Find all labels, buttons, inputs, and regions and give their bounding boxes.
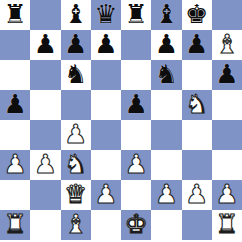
square-b3[interactable]: ♟ xyxy=(30,150,60,180)
piece-black-rook[interactable]: ♜ xyxy=(124,1,147,27)
piece-white-bishop[interactable]: ♝ xyxy=(64,211,87,237)
square-d4[interactable] xyxy=(91,120,121,150)
piece-white-pawn[interactable]: ♟ xyxy=(185,181,208,207)
piece-black-bishop[interactable]: ♝ xyxy=(64,1,87,27)
piece-black-knight[interactable]: ♞ xyxy=(155,61,178,87)
square-h3[interactable] xyxy=(212,150,242,180)
square-c1[interactable]: ♝ xyxy=(61,210,91,240)
piece-white-pawn[interactable]: ♟ xyxy=(3,151,26,177)
square-g4[interactable] xyxy=(182,120,212,150)
square-f2[interactable]: ♟ xyxy=(151,180,181,210)
piece-white-pawn[interactable]: ♟ xyxy=(155,181,178,207)
square-a6[interactable] xyxy=(0,60,30,90)
square-g6[interactable] xyxy=(182,60,212,90)
piece-black-bishop[interactable]: ♝ xyxy=(155,1,178,27)
square-e6[interactable] xyxy=(121,60,151,90)
square-c2[interactable]: ♛ xyxy=(61,180,91,210)
square-d7[interactable]: ♟ xyxy=(91,30,121,60)
chess-board: ♜♝♛♜♝♚♟♟♟♟♟♝♞♞♟♟♟♞♟♟♟♞♟♛♟♟♟♟♜♝♚♜ xyxy=(0,0,242,240)
piece-black-queen[interactable]: ♛ xyxy=(94,1,117,27)
piece-black-pawn[interactable]: ♟ xyxy=(94,31,117,57)
piece-white-pawn[interactable]: ♟ xyxy=(64,121,87,147)
square-b2[interactable] xyxy=(30,180,60,210)
square-a5[interactable]: ♟ xyxy=(0,90,30,120)
square-f7[interactable]: ♟ xyxy=(151,30,181,60)
piece-white-pawn[interactable]: ♟ xyxy=(215,181,238,207)
square-h7[interactable]: ♝ xyxy=(212,30,242,60)
square-h1[interactable]: ♜ xyxy=(212,210,242,240)
square-a7[interactable] xyxy=(0,30,30,60)
square-e8[interactable]: ♜ xyxy=(121,0,151,30)
square-d1[interactable] xyxy=(91,210,121,240)
square-d3[interactable] xyxy=(91,150,121,180)
square-e7[interactable] xyxy=(121,30,151,60)
square-d6[interactable] xyxy=(91,60,121,90)
square-h2[interactable]: ♟ xyxy=(212,180,242,210)
piece-white-king[interactable]: ♚ xyxy=(124,211,147,237)
square-c3[interactable]: ♞ xyxy=(61,150,91,180)
square-g1[interactable] xyxy=(182,210,212,240)
square-c8[interactable]: ♝ xyxy=(61,0,91,30)
square-f3[interactable] xyxy=(151,150,181,180)
square-f1[interactable] xyxy=(151,210,181,240)
square-e1[interactable]: ♚ xyxy=(121,210,151,240)
piece-white-rook[interactable]: ♜ xyxy=(3,211,26,237)
piece-white-pawn[interactable]: ♟ xyxy=(34,151,57,177)
square-b6[interactable] xyxy=(30,60,60,90)
square-e4[interactable] xyxy=(121,120,151,150)
piece-white-knight[interactable]: ♞ xyxy=(185,91,208,117)
square-a3[interactable]: ♟ xyxy=(0,150,30,180)
square-g7[interactable]: ♟ xyxy=(182,30,212,60)
square-a8[interactable]: ♜ xyxy=(0,0,30,30)
square-g3[interactable] xyxy=(182,150,212,180)
piece-black-knight[interactable]: ♞ xyxy=(64,61,87,87)
square-g2[interactable]: ♟ xyxy=(182,180,212,210)
square-f8[interactable]: ♝ xyxy=(151,0,181,30)
piece-white-bishop[interactable]: ♝ xyxy=(215,31,238,57)
piece-black-pawn[interactable]: ♟ xyxy=(215,61,238,87)
square-h8[interactable] xyxy=(212,0,242,30)
square-b5[interactable] xyxy=(30,90,60,120)
square-d8[interactable]: ♛ xyxy=(91,0,121,30)
square-b4[interactable] xyxy=(30,120,60,150)
square-f6[interactable]: ♞ xyxy=(151,60,181,90)
piece-black-pawn[interactable]: ♟ xyxy=(3,91,26,117)
square-a4[interactable] xyxy=(0,120,30,150)
square-d5[interactable] xyxy=(91,90,121,120)
square-b1[interactable] xyxy=(30,210,60,240)
square-e3[interactable]: ♟ xyxy=(121,150,151,180)
piece-black-pawn[interactable]: ♟ xyxy=(34,31,57,57)
square-e2[interactable] xyxy=(121,180,151,210)
square-f4[interactable] xyxy=(151,120,181,150)
piece-black-pawn[interactable]: ♟ xyxy=(185,31,208,57)
square-h5[interactable] xyxy=(212,90,242,120)
square-g8[interactable]: ♚ xyxy=(182,0,212,30)
square-h6[interactable]: ♟ xyxy=(212,60,242,90)
square-b8[interactable] xyxy=(30,0,60,30)
square-g5[interactable]: ♞ xyxy=(182,90,212,120)
piece-black-king[interactable]: ♚ xyxy=(185,1,208,27)
square-h4[interactable] xyxy=(212,120,242,150)
piece-white-knight[interactable]: ♞ xyxy=(64,151,87,177)
piece-black-rook[interactable]: ♜ xyxy=(3,1,26,27)
square-d2[interactable]: ♟ xyxy=(91,180,121,210)
piece-white-pawn[interactable]: ♟ xyxy=(124,151,147,177)
piece-black-pawn[interactable]: ♟ xyxy=(155,31,178,57)
piece-white-rook[interactable]: ♜ xyxy=(215,211,238,237)
square-c6[interactable]: ♞ xyxy=(61,60,91,90)
square-f5[interactable] xyxy=(151,90,181,120)
square-b7[interactable]: ♟ xyxy=(30,30,60,60)
piece-white-pawn[interactable]: ♟ xyxy=(94,181,117,207)
square-a2[interactable] xyxy=(0,180,30,210)
piece-black-pawn[interactable]: ♟ xyxy=(64,31,87,57)
chess-board-widget: ♜♝♛♜♝♚♟♟♟♟♟♝♞♞♟♟♟♞♟♟♟♞♟♛♟♟♟♟♜♝♚♜ xyxy=(0,0,242,242)
square-a1[interactable]: ♜ xyxy=(0,210,30,240)
piece-white-queen[interactable]: ♛ xyxy=(64,181,87,207)
square-c7[interactable]: ♟ xyxy=(61,30,91,60)
square-c4[interactable]: ♟ xyxy=(61,120,91,150)
square-c5[interactable] xyxy=(61,90,91,120)
piece-black-pawn[interactable]: ♟ xyxy=(124,91,147,117)
square-e5[interactable]: ♟ xyxy=(121,90,151,120)
